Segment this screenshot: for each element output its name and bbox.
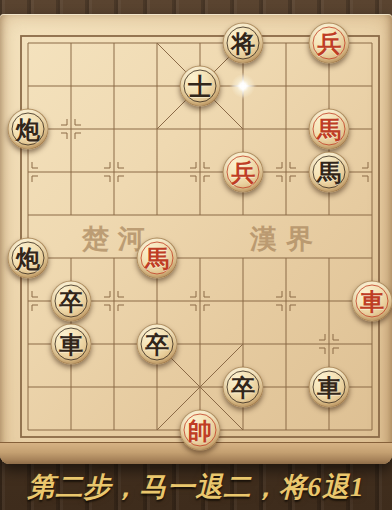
piece-character: 車 (353, 282, 392, 321)
piece-red-horse[interactable]: 馬 (309, 109, 350, 150)
piece-character: 卒 (52, 282, 91, 321)
piece-character: 馬 (138, 239, 177, 278)
piece-red-chariot[interactable]: 車 (352, 281, 392, 322)
piece-character: 炮 (9, 239, 48, 278)
xiangqi-app: 楚河 漢界 将兵士炮馬兵馬炮馬卒車車卒卒車帥 第二步，马一退二，将6退1 (0, 0, 392, 510)
piece-black-soldier[interactable]: 卒 (223, 367, 264, 408)
piece-black-advisor[interactable]: 士 (180, 66, 221, 107)
piece-character: 馬 (310, 110, 349, 149)
piece-character: 馬 (310, 153, 349, 192)
piece-black-cannon[interactable]: 炮 (8, 109, 49, 150)
piece-black-soldier[interactable]: 卒 (51, 281, 92, 322)
move-annotation-text: 第二步，马一退二，将6退1 (28, 469, 365, 505)
piece-red-general[interactable]: 帥 (180, 410, 221, 451)
piece-black-cannon[interactable]: 炮 (8, 238, 49, 279)
piece-red-soldier[interactable]: 兵 (223, 152, 264, 193)
piece-character: 車 (310, 368, 349, 407)
piece-character: 士 (181, 67, 220, 106)
piece-black-soldier[interactable]: 卒 (137, 324, 178, 365)
piece-black-general[interactable]: 将 (223, 23, 264, 64)
piece-red-horse[interactable]: 馬 (137, 238, 178, 279)
piece-character: 卒 (138, 325, 177, 364)
piece-character: 帥 (181, 411, 220, 450)
piece-black-chariot[interactable]: 車 (51, 324, 92, 365)
xiangqi-board[interactable]: 楚河 漢界 将兵士炮馬兵馬炮馬卒車車卒卒車帥 (28, 43, 372, 430)
annotation-bar: 第二步，马一退二，将6退1 (0, 464, 392, 510)
piece-black-horse[interactable]: 馬 (309, 152, 350, 193)
piece-black-chariot[interactable]: 車 (309, 367, 350, 408)
piece-character: 兵 (224, 153, 263, 192)
piece-character: 車 (52, 325, 91, 364)
piece-character: 兵 (310, 24, 349, 63)
piece-character: 炮 (9, 110, 48, 149)
piece-red-soldier[interactable]: 兵 (309, 23, 350, 64)
piece-character: 卒 (224, 368, 263, 407)
piece-character: 将 (224, 24, 263, 63)
